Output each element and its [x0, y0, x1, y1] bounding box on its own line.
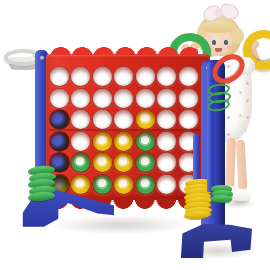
board-cell-r2c4[interactable] [113, 88, 134, 109]
board-cell-r2c5[interactable] [135, 88, 156, 109]
child-hair-curl [231, 28, 244, 44]
board-cell-r4c6[interactable] [156, 131, 177, 152]
board-cell-r3c3[interactable] [92, 109, 113, 130]
post-bolt [40, 56, 44, 60]
board-cell-r4c1[interactable] [49, 131, 70, 152]
board-cell-r1c2[interactable] [70, 66, 91, 87]
board-cell-r6c3[interactable] [92, 174, 113, 195]
product-photo-scene [0, 0, 270, 270]
board-cell-r3c1[interactable] [49, 109, 70, 130]
board-cell-r6c4[interactable] [113, 174, 134, 195]
board-cell-r1c7[interactable] [178, 66, 199, 87]
board-cell-r4c5[interactable] [135, 131, 156, 152]
board-cell-r5c3[interactable] [92, 152, 113, 173]
board-cell-r1c3[interactable] [92, 66, 113, 87]
board-cell-r6c5[interactable] [135, 174, 156, 195]
green-ring-stack-right[interactable] [211, 185, 235, 203]
board-cell-r4c2[interactable] [70, 131, 91, 152]
child-eye [224, 40, 228, 45]
board-cell-r1c1[interactable] [49, 66, 70, 87]
board-cell-r6c2[interactable] [70, 174, 91, 195]
board-cell-r3c4[interactable] [113, 109, 134, 130]
child-leg [236, 140, 248, 190]
board-cell-r3c2[interactable] [70, 109, 91, 130]
board-cell-r6c6[interactable] [156, 174, 177, 195]
child-cheek [227, 45, 232, 49]
board-cell-r4c4[interactable] [113, 131, 134, 152]
green-ring-stack-left[interactable] [28, 166, 58, 200]
board-cell-r5c6[interactable] [156, 152, 177, 173]
child-eye [212, 40, 216, 45]
board-cell-r2c1[interactable] [49, 88, 70, 109]
child-hair-fringe [202, 21, 234, 33]
board-cell-r2c2[interactable] [70, 88, 91, 109]
ring-toss-post-tall[interactable] [207, 62, 214, 192]
board-cell-r1c5[interactable] [135, 66, 156, 87]
board-cell-r5c4[interactable] [113, 152, 134, 173]
board-cell-r4c3[interactable] [92, 131, 113, 152]
board-cell-r1c6[interactable] [156, 66, 177, 87]
child-mouth [215, 48, 222, 52]
board-cell-r5c5[interactable] [135, 152, 156, 173]
child-leg [225, 138, 236, 188]
board-cell-r2c6[interactable] [156, 88, 177, 109]
board-cell-r3c7[interactable] [178, 109, 199, 130]
board-cell-r2c3[interactable] [92, 88, 113, 109]
board-cell-r1c4[interactable] [113, 66, 134, 87]
board-cell-r2c7[interactable] [178, 88, 199, 109]
board-cell-r3c5[interactable] [135, 109, 156, 130]
board-panel-seam [49, 129, 205, 131]
board-cell-r5c2[interactable] [70, 152, 91, 173]
board-cell-r3c6[interactable] [156, 109, 177, 130]
